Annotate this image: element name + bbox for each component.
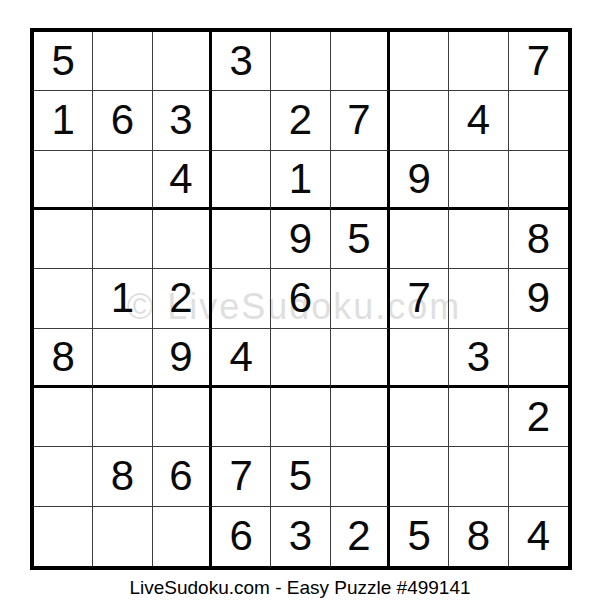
cell-r8c6[interactable]	[331, 447, 390, 506]
cell-r8c8[interactable]	[449, 447, 508, 506]
cell-r7c7[interactable]	[390, 388, 449, 447]
cell-r1c3[interactable]	[153, 32, 212, 91]
sudoku-board: © LiveSudoku.com 53716327441995812679894…	[30, 28, 572, 570]
cell-r2c9[interactable]	[509, 91, 568, 150]
cell-r3c1[interactable]	[34, 151, 93, 210]
cell-r2c7[interactable]	[390, 91, 449, 150]
cell-r6c4[interactable]: 4	[212, 329, 271, 388]
cell-r9c1[interactable]	[34, 507, 93, 566]
page: © LiveSudoku.com 53716327441995812679894…	[0, 0, 600, 615]
cell-r6c6[interactable]	[331, 329, 390, 388]
cell-r4c1[interactable]	[34, 210, 93, 269]
cell-r1c5[interactable]	[271, 32, 330, 91]
cell-r9c2[interactable]	[93, 507, 152, 566]
cell-r1c4[interactable]: 3	[212, 32, 271, 91]
cell-r6c1[interactable]: 8	[34, 329, 93, 388]
cell-r4c6[interactable]: 5	[331, 210, 390, 269]
cell-r5c5[interactable]: 6	[271, 269, 330, 328]
cell-r4c9[interactable]: 8	[509, 210, 568, 269]
cell-r5c6[interactable]	[331, 269, 390, 328]
cell-r8c3[interactable]: 6	[153, 447, 212, 506]
cell-r4c2[interactable]	[93, 210, 152, 269]
cell-r7c8[interactable]	[449, 388, 508, 447]
cell-r9c5[interactable]: 3	[271, 507, 330, 566]
cell-r5c9[interactable]: 9	[509, 269, 568, 328]
cell-r7c4[interactable]	[212, 388, 271, 447]
cell-r5c3[interactable]: 2	[153, 269, 212, 328]
puzzle-caption: LiveSudoku.com - Easy Puzzle #499141	[0, 577, 600, 599]
cell-r2c3[interactable]: 3	[153, 91, 212, 150]
cell-r5c8[interactable]	[449, 269, 508, 328]
cell-r4c8[interactable]	[449, 210, 508, 269]
cell-r8c7[interactable]	[390, 447, 449, 506]
cell-r7c9[interactable]: 2	[509, 388, 568, 447]
cell-r3c4[interactable]	[212, 151, 271, 210]
cell-r9c3[interactable]	[153, 507, 212, 566]
cell-r2c5[interactable]: 2	[271, 91, 330, 150]
cell-r8c4[interactable]: 7	[212, 447, 271, 506]
cell-r5c1[interactable]	[34, 269, 93, 328]
cell-r7c1[interactable]	[34, 388, 93, 447]
cell-r3c3[interactable]: 4	[153, 151, 212, 210]
cell-r5c7[interactable]: 7	[390, 269, 449, 328]
cell-r8c1[interactable]	[34, 447, 93, 506]
cell-r3c6[interactable]	[331, 151, 390, 210]
cell-r1c7[interactable]	[390, 32, 449, 91]
cell-r1c1[interactable]: 5	[34, 32, 93, 91]
cell-r4c4[interactable]	[212, 210, 271, 269]
cell-r8c5[interactable]: 5	[271, 447, 330, 506]
cell-r7c3[interactable]	[153, 388, 212, 447]
cell-r9c7[interactable]: 5	[390, 507, 449, 566]
cell-r6c8[interactable]: 3	[449, 329, 508, 388]
cell-r7c6[interactable]	[331, 388, 390, 447]
cell-r1c9[interactable]: 7	[509, 32, 568, 91]
cell-r3c5[interactable]: 1	[271, 151, 330, 210]
cell-r1c2[interactable]	[93, 32, 152, 91]
cell-r4c7[interactable]	[390, 210, 449, 269]
cell-r3c8[interactable]	[449, 151, 508, 210]
cell-r6c9[interactable]	[509, 329, 568, 388]
cell-r1c6[interactable]	[331, 32, 390, 91]
cell-r3c9[interactable]	[509, 151, 568, 210]
sudoku-grid: 53716327441995812679894328675632584	[34, 32, 568, 566]
cell-r2c4[interactable]	[212, 91, 271, 150]
cell-r5c2[interactable]: 1	[93, 269, 152, 328]
cell-r1c8[interactable]	[449, 32, 508, 91]
cell-r2c6[interactable]: 7	[331, 91, 390, 150]
cell-r6c3[interactable]: 9	[153, 329, 212, 388]
cell-r4c5[interactable]: 9	[271, 210, 330, 269]
cell-r7c2[interactable]	[93, 388, 152, 447]
cell-r6c2[interactable]	[93, 329, 152, 388]
cell-r3c2[interactable]	[93, 151, 152, 210]
cell-r6c7[interactable]	[390, 329, 449, 388]
cell-r8c9[interactable]	[509, 447, 568, 506]
cell-r9c6[interactable]: 2	[331, 507, 390, 566]
cell-r2c8[interactable]: 4	[449, 91, 508, 150]
cell-r5c4[interactable]	[212, 269, 271, 328]
cell-r7c5[interactable]	[271, 388, 330, 447]
cell-r4c3[interactable]	[153, 210, 212, 269]
cell-r9c4[interactable]: 6	[212, 507, 271, 566]
cell-r8c2[interactable]: 8	[93, 447, 152, 506]
cell-r3c7[interactable]: 9	[390, 151, 449, 210]
cell-r6c5[interactable]	[271, 329, 330, 388]
cell-r2c1[interactable]: 1	[34, 91, 93, 150]
cell-r9c9[interactable]: 4	[509, 507, 568, 566]
cell-r2c2[interactable]: 6	[93, 91, 152, 150]
cell-r9c8[interactable]: 8	[449, 507, 508, 566]
